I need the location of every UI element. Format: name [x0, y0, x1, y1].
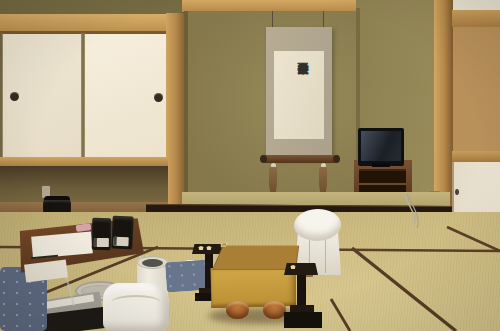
scroll-weight-tassel: [319, 167, 327, 195]
tv-base: [372, 163, 390, 167]
board-leg: [263, 301, 286, 319]
komadai-right-base: [284, 312, 322, 328]
shogi-clock: [111, 216, 133, 250]
shogi-clock: [92, 218, 112, 250]
wood-pillar: [166, 13, 184, 220]
waste-bucket-contents: [142, 259, 163, 267]
komadai-right-top: [284, 263, 318, 275]
scroll-paper: 盡人事而待天命: [274, 51, 324, 139]
board-leg: [226, 301, 249, 319]
shoji-window-lattice: [453, 27, 500, 153]
clock-dial: [113, 237, 128, 247]
closet-lintel-beam: [0, 14, 188, 33]
hanging-scroll: 盡人事而待天命: [266, 27, 332, 159]
door-pull-icon: [154, 93, 163, 102]
scroll-rod-knob: [260, 155, 267, 163]
captured-piece: [198, 246, 204, 250]
shogi-board-side: [211, 266, 297, 308]
alcove-corner-shadow-left: [184, 11, 188, 207]
shoji-top-rail: [452, 10, 500, 27]
scroll-rod-knob: [333, 155, 340, 163]
scroll-calligraphy: 盡人事而待天命: [290, 54, 308, 136]
captured-piece: [290, 265, 296, 269]
scroll-weight-tassel: [269, 167, 277, 195]
komadai-right-column: [297, 275, 306, 308]
score-sheet: [31, 231, 93, 258]
fabric-fold: [325, 237, 326, 273]
tv-stand-shelf: [359, 183, 406, 185]
towel-roll-fold: [112, 295, 160, 309]
captured-piece: [206, 246, 212, 250]
scroll-roller-rod: [262, 155, 338, 163]
room-photo: 盡人事而待天命: [0, 0, 500, 331]
tv-screen: [361, 131, 401, 161]
door-pull-icon: [10, 92, 19, 101]
clock-dial: [94, 238, 109, 247]
panel-pull-icon: [455, 189, 459, 195]
